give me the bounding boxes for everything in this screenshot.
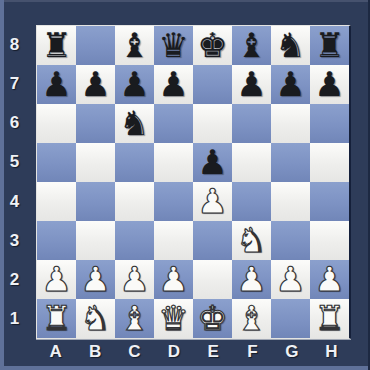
white-pawn: ♟ [41, 260, 71, 299]
white-pawn: ♟ [119, 260, 149, 299]
square-a8[interactable]: ♜ [37, 26, 76, 65]
rank-label-7: 7 [0, 64, 36, 103]
square-e4[interactable]: ♟ [193, 182, 232, 221]
square-a7[interactable]: ♟ [37, 65, 76, 104]
square-h7[interactable]: ♟ [310, 65, 349, 104]
square-g6[interactable] [271, 104, 310, 143]
square-e3[interactable] [193, 221, 232, 260]
black-rook: ♜ [314, 26, 344, 65]
file-label-e: E [194, 340, 233, 364]
square-d7[interactable]: ♟ [154, 65, 193, 104]
rank-label-3: 3 [0, 221, 36, 260]
white-pawn: ♟ [197, 182, 227, 221]
file-label-d: D [154, 340, 193, 364]
white-rook: ♜ [314, 299, 344, 338]
square-g7[interactable]: ♟ [271, 65, 310, 104]
square-b3[interactable] [76, 221, 115, 260]
white-bishop: ♝ [119, 299, 149, 338]
black-pawn: ♟ [41, 65, 71, 104]
black-pawn: ♟ [158, 65, 188, 104]
square-h3[interactable] [310, 221, 349, 260]
file-label-c: C [115, 340, 154, 364]
square-e2[interactable] [193, 260, 232, 299]
square-h6[interactable] [310, 104, 349, 143]
square-d8[interactable]: ♛ [154, 26, 193, 65]
file-label-b: B [75, 340, 114, 364]
square-c3[interactable] [115, 221, 154, 260]
square-h4[interactable] [310, 182, 349, 221]
black-queen: ♛ [158, 26, 188, 65]
white-king: ♚ [197, 299, 227, 338]
square-e5[interactable]: ♟ [193, 143, 232, 182]
black-pawn: ♟ [236, 65, 266, 104]
square-h5[interactable] [310, 143, 349, 182]
square-f5[interactable] [232, 143, 271, 182]
black-rook: ♜ [41, 26, 71, 65]
square-h1[interactable]: ♜ [310, 299, 349, 338]
black-pawn: ♟ [275, 65, 305, 104]
white-queen: ♛ [158, 299, 188, 338]
black-king: ♚ [197, 26, 227, 65]
square-d1[interactable]: ♛ [154, 299, 193, 338]
file-labels: ABCDEFGH [36, 340, 351, 364]
square-a2[interactable]: ♟ [37, 260, 76, 299]
square-c8[interactable]: ♝ [115, 26, 154, 65]
square-c4[interactable] [115, 182, 154, 221]
rank-label-2: 2 [0, 261, 36, 300]
square-c5[interactable] [115, 143, 154, 182]
white-rook: ♜ [41, 299, 71, 338]
rank-label-1: 1 [0, 300, 36, 339]
white-pawn: ♟ [80, 260, 110, 299]
square-d2[interactable]: ♟ [154, 260, 193, 299]
chess-board: ♜♝♛♚♝♞♜♟♟♟♟♟♟♟♞♟♟♞♟♟♟♟♟♟♟♜♞♝♛♚♝♜ [36, 25, 351, 339]
chess-diagram: { "game": "chess", "position": "r1bqkbnr… [0, 0, 370, 370]
square-f7[interactable]: ♟ [232, 65, 271, 104]
file-label-f: F [233, 340, 272, 364]
square-g3[interactable] [271, 221, 310, 260]
square-d6[interactable] [154, 104, 193, 143]
square-d4[interactable] [154, 182, 193, 221]
square-c1[interactable]: ♝ [115, 299, 154, 338]
square-f1[interactable]: ♝ [232, 299, 271, 338]
square-f6[interactable] [232, 104, 271, 143]
square-e8[interactable]: ♚ [193, 26, 232, 65]
square-f3[interactable]: ♞ [232, 221, 271, 260]
square-b2[interactable]: ♟ [76, 260, 115, 299]
black-knight: ♞ [275, 26, 305, 65]
square-a4[interactable] [37, 182, 76, 221]
square-g5[interactable] [271, 143, 310, 182]
square-b5[interactable] [76, 143, 115, 182]
black-pawn: ♟ [80, 65, 110, 104]
white-pawn: ♟ [236, 260, 266, 299]
square-h2[interactable]: ♟ [310, 260, 349, 299]
square-e7[interactable] [193, 65, 232, 104]
square-h8[interactable]: ♜ [310, 26, 349, 65]
square-a5[interactable] [37, 143, 76, 182]
frame-edge-bottom-highlight [0, 366, 370, 370]
black-pawn: ♟ [119, 65, 149, 104]
rank-label-4: 4 [0, 182, 36, 221]
square-g8[interactable]: ♞ [271, 26, 310, 65]
frame-edge-top [0, 0, 370, 2]
rank-labels: 87654321 [0, 25, 36, 339]
white-pawn: ♟ [275, 260, 305, 299]
file-label-g: G [272, 340, 311, 364]
rank-label-6: 6 [0, 104, 36, 143]
square-f4[interactable] [232, 182, 271, 221]
square-a3[interactable] [37, 221, 76, 260]
white-bishop: ♝ [236, 299, 266, 338]
rank-label-8: 8 [0, 25, 36, 64]
square-b6[interactable] [76, 104, 115, 143]
white-pawn: ♟ [158, 260, 188, 299]
square-b4[interactable] [76, 182, 115, 221]
square-d5[interactable] [154, 143, 193, 182]
square-a6[interactable] [37, 104, 76, 143]
square-a1[interactable]: ♜ [37, 299, 76, 338]
file-label-h: H [312, 340, 351, 364]
rank-label-5: 5 [0, 143, 36, 182]
square-g1[interactable] [271, 299, 310, 338]
square-b1[interactable]: ♞ [76, 299, 115, 338]
square-e6[interactable] [193, 104, 232, 143]
white-knight: ♞ [80, 299, 110, 338]
square-c6[interactable]: ♞ [115, 104, 154, 143]
black-pawn: ♟ [314, 65, 344, 104]
white-knight: ♞ [236, 221, 266, 260]
square-b8[interactable] [76, 26, 115, 65]
square-e1[interactable]: ♚ [193, 299, 232, 338]
square-d3[interactable] [154, 221, 193, 260]
black-bishop: ♝ [119, 26, 149, 65]
square-g4[interactable] [271, 182, 310, 221]
black-knight: ♞ [119, 104, 149, 143]
black-pawn: ♟ [197, 143, 227, 182]
square-c2[interactable]: ♟ [115, 260, 154, 299]
white-pawn: ♟ [314, 260, 344, 299]
square-f8[interactable]: ♝ [232, 26, 271, 65]
square-c7[interactable]: ♟ [115, 65, 154, 104]
file-label-a: A [36, 340, 75, 364]
square-g2[interactable]: ♟ [271, 260, 310, 299]
square-f2[interactable]: ♟ [232, 260, 271, 299]
black-bishop: ♝ [236, 26, 266, 65]
square-b7[interactable]: ♟ [76, 65, 115, 104]
